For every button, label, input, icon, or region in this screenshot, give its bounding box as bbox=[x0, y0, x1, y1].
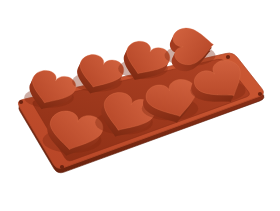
heart-mold-illustration bbox=[0, 0, 280, 211]
corner-hole bbox=[226, 55, 230, 59]
corner-hole bbox=[258, 92, 262, 96]
corner-hole bbox=[19, 100, 23, 104]
product-photo bbox=[0, 0, 280, 211]
corner-hole bbox=[60, 165, 64, 169]
